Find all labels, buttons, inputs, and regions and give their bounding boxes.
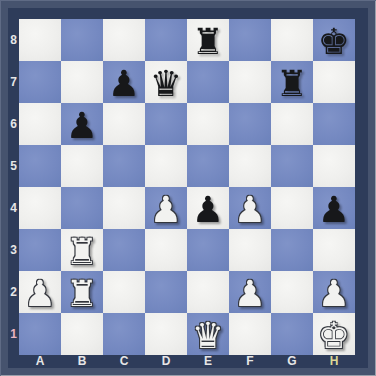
rank-label-3: 3	[8, 229, 19, 271]
board-gutter: 87654321 ♜♚♟♛♜♟♟♟♟♟♜♟♜♟♟♛♚ ABCDEFGH	[8, 8, 368, 368]
square-b1[interactable]	[61, 313, 103, 355]
square-g7[interactable]: ♜	[271, 61, 313, 103]
file-label-c: C	[103, 355, 145, 368]
rank-label-8: 8	[8, 19, 19, 61]
piece-white-queen[interactable]: ♛	[187, 313, 229, 355]
piece-black-queen[interactable]: ♛	[145, 61, 187, 103]
chess-board: ♜♚♟♛♜♟♟♟♟♟♜♟♜♟♟♛♚	[19, 19, 355, 355]
piece-black-pawn[interactable]: ♟	[187, 187, 229, 229]
square-e3[interactable]	[187, 229, 229, 271]
piece-white-pawn[interactable]: ♟	[145, 187, 187, 229]
square-a7[interactable]	[19, 61, 61, 103]
square-g1[interactable]	[271, 313, 313, 355]
square-h3[interactable]	[313, 229, 355, 271]
square-g4[interactable]	[271, 187, 313, 229]
file-label-f: F	[229, 355, 271, 368]
square-a5[interactable]	[19, 145, 61, 187]
square-g8[interactable]	[271, 19, 313, 61]
rank-label-6: 6	[8, 103, 19, 145]
square-c7[interactable]: ♟	[103, 61, 145, 103]
rank-label-5: 5	[8, 145, 19, 187]
square-g2[interactable]	[271, 271, 313, 313]
square-b3[interactable]: ♜	[61, 229, 103, 271]
square-e7[interactable]	[187, 61, 229, 103]
square-b2[interactable]: ♜	[61, 271, 103, 313]
file-label-g: G	[271, 355, 313, 368]
square-d6[interactable]	[145, 103, 187, 145]
square-b5[interactable]	[61, 145, 103, 187]
piece-white-pawn[interactable]: ♟	[19, 271, 61, 313]
square-c3[interactable]	[103, 229, 145, 271]
file-label-a: A	[19, 355, 61, 368]
square-b4[interactable]	[61, 187, 103, 229]
rank-labels: 87654321	[8, 19, 19, 355]
square-g5[interactable]	[271, 145, 313, 187]
square-h7[interactable]	[313, 61, 355, 103]
square-e6[interactable]	[187, 103, 229, 145]
square-h6[interactable]	[313, 103, 355, 145]
square-e2[interactable]	[187, 271, 229, 313]
square-g3[interactable]	[271, 229, 313, 271]
square-c2[interactable]	[103, 271, 145, 313]
square-d8[interactable]	[145, 19, 187, 61]
file-labels: ABCDEFGH	[19, 355, 355, 368]
piece-black-rook[interactable]: ♜	[187, 19, 229, 61]
square-c5[interactable]	[103, 145, 145, 187]
piece-white-pawn[interactable]: ♟	[313, 271, 355, 313]
piece-white-rook[interactable]: ♜	[61, 229, 103, 271]
square-a3[interactable]	[19, 229, 61, 271]
square-e1[interactable]: ♛	[187, 313, 229, 355]
piece-white-rook[interactable]: ♜	[61, 271, 103, 313]
square-a4[interactable]	[19, 187, 61, 229]
square-a2[interactable]: ♟	[19, 271, 61, 313]
square-d1[interactable]	[145, 313, 187, 355]
file-label-b: B	[61, 355, 103, 368]
file-label-d: D	[145, 355, 187, 368]
square-c1[interactable]	[103, 313, 145, 355]
square-f7[interactable]	[229, 61, 271, 103]
square-d3[interactable]	[145, 229, 187, 271]
piece-black-rook[interactable]: ♜	[271, 61, 313, 103]
square-e5[interactable]	[187, 145, 229, 187]
rank-label-2: 2	[8, 271, 19, 313]
piece-black-pawn[interactable]: ♟	[103, 61, 145, 103]
square-a8[interactable]	[19, 19, 61, 61]
square-b7[interactable]	[61, 61, 103, 103]
piece-black-king[interactable]: ♚	[313, 19, 355, 61]
square-f6[interactable]	[229, 103, 271, 145]
square-f8[interactable]	[229, 19, 271, 61]
square-c8[interactable]	[103, 19, 145, 61]
square-h2[interactable]: ♟	[313, 271, 355, 313]
square-d2[interactable]	[145, 271, 187, 313]
square-d7[interactable]: ♛	[145, 61, 187, 103]
square-h8[interactable]: ♚	[313, 19, 355, 61]
square-f2[interactable]: ♟	[229, 271, 271, 313]
rank-label-4: 4	[8, 187, 19, 229]
square-h1[interactable]: ♚	[313, 313, 355, 355]
square-d5[interactable]	[145, 145, 187, 187]
square-h4[interactable]: ♟	[313, 187, 355, 229]
square-a6[interactable]	[19, 103, 61, 145]
piece-black-pawn[interactable]: ♟	[313, 187, 355, 229]
square-b6[interactable]: ♟	[61, 103, 103, 145]
square-f1[interactable]	[229, 313, 271, 355]
piece-black-pawn[interactable]: ♟	[61, 103, 103, 145]
rank-label-7: 7	[8, 61, 19, 103]
square-e8[interactable]: ♜	[187, 19, 229, 61]
square-f5[interactable]	[229, 145, 271, 187]
piece-white-pawn[interactable]: ♟	[229, 271, 271, 313]
square-c6[interactable]	[103, 103, 145, 145]
rank-label-1: 1	[8, 313, 19, 355]
file-label-h: H	[313, 355, 355, 368]
square-d4[interactable]: ♟	[145, 187, 187, 229]
square-f4[interactable]: ♟	[229, 187, 271, 229]
square-c4[interactable]	[103, 187, 145, 229]
square-e4[interactable]: ♟	[187, 187, 229, 229]
file-label-e: E	[187, 355, 229, 368]
square-f3[interactable]	[229, 229, 271, 271]
piece-white-pawn[interactable]: ♟	[229, 187, 271, 229]
square-b8[interactable]	[61, 19, 103, 61]
square-h5[interactable]	[313, 145, 355, 187]
square-g6[interactable]	[271, 103, 313, 145]
piece-white-king[interactable]: ♚	[313, 313, 355, 355]
square-a1[interactable]	[19, 313, 61, 355]
chess-board-frame: 87654321 ♜♚♟♛♜♟♟♟♟♟♜♟♜♟♟♛♚ ABCDEFGH	[0, 0, 376, 376]
